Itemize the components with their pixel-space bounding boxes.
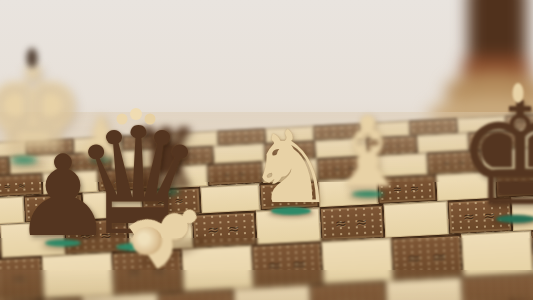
carved-ornament: ≈ ≈ (335, 215, 370, 231)
board-square (384, 200, 450, 237)
carved-ornament: ≈ ≈ (39, 202, 68, 215)
depth-haze-back (0, 112, 533, 182)
white-king-dark-finial (27, 48, 38, 68)
felt-white-knight (271, 207, 311, 215)
felt-black-king (496, 215, 533, 223)
queen-crown-tip-left (117, 114, 128, 125)
board-square: ≈ ≈ (259, 180, 319, 210)
queen-crown-tip-mid (130, 108, 142, 120)
board-square (83, 189, 143, 219)
black-king-cream-finial (513, 83, 524, 103)
board-square (200, 183, 260, 213)
board-square: ≈ ≈ (320, 204, 386, 241)
felt-white-bishop (352, 191, 384, 197)
depth-blur-foreground-strong (0, 270, 533, 300)
chess-photo: ≈ ≈≈ ≈≈ ≈≈ ≈≈ ≈≈ ≈≈ ≈≈ ≈≈ ≈≈ ≈≈ ≈≈ ≈≈ ≈≈… (0, 0, 533, 300)
queen-crown-tip-right (145, 114, 156, 125)
felt-white-pawn-bg (90, 155, 112, 161)
carved-ornament: ≈ ≈ (207, 222, 242, 238)
felt-black-rook (153, 188, 179, 194)
carved-ornament: ≈ ≈ (157, 196, 186, 209)
felt-white-king (11, 157, 37, 164)
board-square: ≈ ≈ (24, 193, 84, 223)
board-square (0, 196, 25, 226)
carved-ornament: ≈ ≈ (275, 189, 304, 202)
carved-ornament: ≈ ≈ (392, 183, 421, 196)
